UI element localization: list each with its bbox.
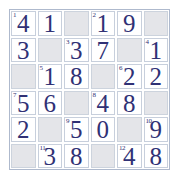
cell-r6c5[interactable]: 124 (117, 144, 142, 169)
cell-digit: 8 (150, 146, 163, 168)
cell-digit: 0 (97, 119, 110, 141)
cell-r3c3[interactable]: 8 (64, 64, 89, 89)
cell-r2c6[interactable]: 41 (144, 38, 169, 63)
cell-r5c1[interactable]: 2 (11, 117, 36, 142)
clue-number: 8 (93, 91, 96, 99)
cell-digit: 3 (70, 40, 83, 62)
cell-digit: 5 (70, 119, 83, 141)
blocked-cell-r6c4 (91, 144, 116, 169)
cell-digit: 5 (17, 93, 30, 115)
cell-digit: 1 (44, 13, 57, 35)
blocked-cell-r2c2 (38, 38, 63, 63)
blocked-cell-r6c1 (11, 144, 36, 169)
clue-number: 4 (146, 38, 149, 46)
cell-r4c2[interactable]: 6 (38, 91, 63, 116)
puzzle-board: 141219333741518622756848295010911381248 (9, 9, 170, 170)
cell-digit: 2 (17, 119, 30, 141)
cell-r6c6[interactable]: 8 (144, 144, 169, 169)
cell-r5c4[interactable]: 0 (91, 117, 116, 142)
blocked-cell-r5c5 (117, 117, 142, 142)
cell-digit: 3 (44, 146, 57, 168)
blocked-cell-r1c3 (64, 11, 89, 36)
cell-digit: 8 (123, 93, 136, 115)
cell-r6c3[interactable]: 8 (64, 144, 89, 169)
blocked-cell-r4c6 (144, 91, 169, 116)
blocked-cell-r5c2 (38, 117, 63, 142)
cell-digit: 2 (150, 66, 163, 88)
cell-digit: 6 (44, 93, 57, 115)
cell-digit: 8 (70, 66, 83, 88)
clue-number: 2 (93, 11, 96, 19)
cell-digit: 1 (150, 40, 163, 62)
puzzle-grid: 141219333741518622756848295010911381248 (11, 11, 168, 168)
blocked-cell-r1c6 (144, 11, 169, 36)
clue-number: 6 (119, 64, 122, 72)
cell-r3c2[interactable]: 51 (38, 64, 63, 89)
clue-number: 9 (66, 117, 69, 125)
cell-digit: 7 (97, 40, 110, 62)
cell-r1c1[interactable]: 14 (11, 11, 36, 36)
cell-r4c5[interactable]: 8 (117, 91, 142, 116)
cell-digit: 1 (97, 13, 110, 35)
cell-digit: 3 (17, 40, 30, 62)
cell-r1c4[interactable]: 21 (91, 11, 116, 36)
cell-r3c5[interactable]: 62 (117, 64, 142, 89)
blocked-cell-r2c5 (117, 38, 142, 63)
cell-digit: 4 (97, 93, 110, 115)
cell-r2c1[interactable]: 3 (11, 38, 36, 63)
cell-digit: 4 (123, 146, 136, 168)
cell-r4c1[interactable]: 75 (11, 91, 36, 116)
cell-r2c3[interactable]: 33 (64, 38, 89, 63)
cell-digit: 1 (44, 66, 57, 88)
clue-number: 1 (13, 11, 16, 19)
cell-r4c4[interactable]: 84 (91, 91, 116, 116)
clue-number: 3 (66, 38, 69, 46)
cell-r5c3[interactable]: 95 (64, 117, 89, 142)
cell-digit: 9 (150, 119, 163, 141)
blocked-cell-r3c1 (11, 64, 36, 89)
cell-digit: 8 (70, 146, 83, 168)
cell-digit: 4 (17, 13, 30, 35)
cell-r2c4[interactable]: 7 (91, 38, 116, 63)
cell-r3c6[interactable]: 2 (144, 64, 169, 89)
cell-r5c6[interactable]: 109 (144, 117, 169, 142)
clue-number: 5 (40, 64, 43, 72)
cell-r1c2[interactable]: 1 (38, 11, 63, 36)
blocked-cell-r4c3 (64, 91, 89, 116)
blocked-cell-r3c4 (91, 64, 116, 89)
cell-r6c2[interactable]: 113 (38, 144, 63, 169)
cell-digit: 9 (123, 13, 136, 35)
cell-digit: 2 (123, 66, 136, 88)
clue-number: 7 (13, 91, 16, 99)
cell-r1c5[interactable]: 9 (117, 11, 142, 36)
